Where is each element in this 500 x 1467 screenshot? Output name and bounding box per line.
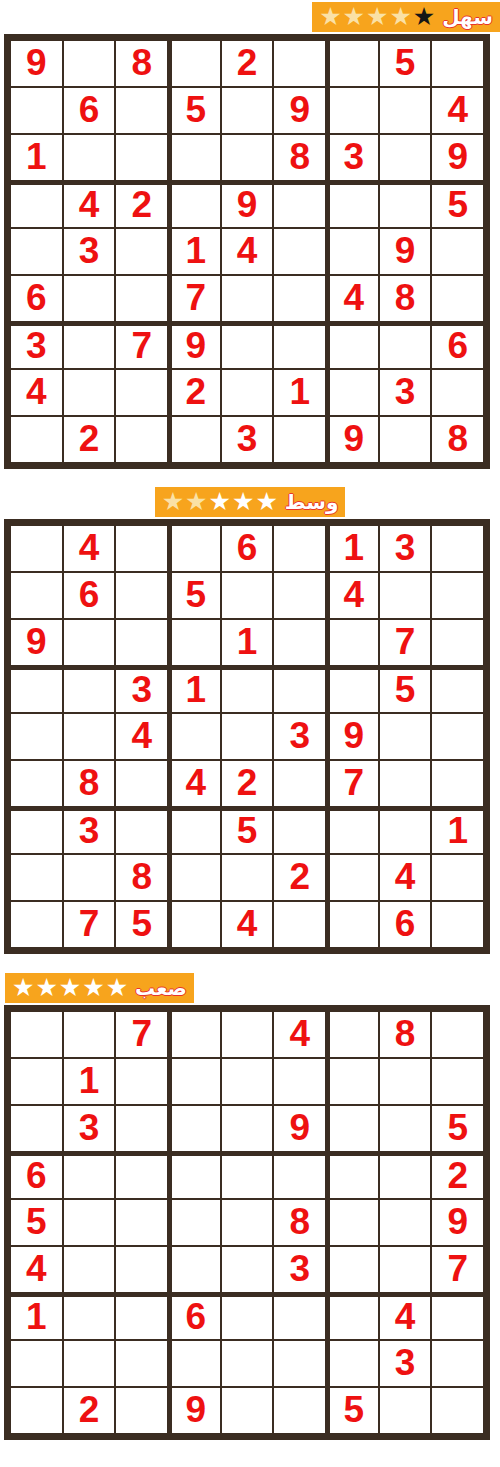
cell-r9c1[interactable] xyxy=(10,901,63,948)
cell-r6c9[interactable] xyxy=(431,760,484,807)
cell-r9c6[interactable] xyxy=(273,416,326,463)
cell-r3c9[interactable] xyxy=(431,619,484,666)
cell-r2c7: 4 xyxy=(326,572,379,619)
cell-r2c6: 9 xyxy=(273,87,326,134)
cell-r2c9[interactable] xyxy=(431,1058,484,1105)
cell-r5c3[interactable] xyxy=(115,1199,168,1246)
cell-r5c6: 3 xyxy=(273,713,326,760)
cell-r5c5: 4 xyxy=(221,228,274,275)
cell-r1c3: 7 xyxy=(115,1011,168,1058)
difficulty-banner-medium: ★★★★★ وسط xyxy=(155,487,346,517)
cell-r6c3[interactable] xyxy=(115,1246,168,1293)
cell-r6c7[interactable] xyxy=(326,1246,379,1293)
cell-r4c6[interactable] xyxy=(273,181,326,228)
cell-r7c7[interactable] xyxy=(326,1293,379,1340)
cell-r8c3[interactable] xyxy=(115,1340,168,1387)
cell-r2c3[interactable] xyxy=(115,572,168,619)
cell-r9c6[interactable] xyxy=(273,901,326,948)
cell-r1c1[interactable] xyxy=(10,1011,63,1058)
cell-r2c9[interactable] xyxy=(431,572,484,619)
cell-r1c8: 5 xyxy=(379,40,432,87)
cell-r9c8[interactable] xyxy=(379,416,432,463)
cell-r1c5: 6 xyxy=(221,525,274,572)
star-icon: ★ xyxy=(343,4,365,29)
star-icon: ★ xyxy=(106,975,128,1000)
cell-r2c3[interactable] xyxy=(115,87,168,134)
cell-r2c2: 6 xyxy=(63,572,116,619)
cell-r6c4: 4 xyxy=(168,760,221,807)
cell-r4c6[interactable] xyxy=(273,666,326,713)
cell-r2c6[interactable] xyxy=(273,1058,326,1105)
cell-r9c2: 2 xyxy=(63,1387,116,1434)
star-icon: ★ xyxy=(185,489,207,514)
cell-r7c4: 9 xyxy=(168,322,221,369)
cell-r1c6[interactable] xyxy=(273,40,326,87)
cell-r2c3[interactable] xyxy=(115,1058,168,1105)
cell-r1c2: 4 xyxy=(63,525,116,572)
cell-r7c1: 3 xyxy=(10,322,63,369)
cell-r7c3[interactable] xyxy=(115,807,168,854)
spacer xyxy=(0,469,500,487)
cell-r6c7: 7 xyxy=(326,760,379,807)
cell-r3c3[interactable] xyxy=(115,619,168,666)
cell-r1c5: 2 xyxy=(221,40,274,87)
cell-r1c3: 8 xyxy=(115,40,168,87)
cell-r6c2: 8 xyxy=(63,760,116,807)
cell-r8c4: 2 xyxy=(168,369,221,416)
cell-r8c8: 3 xyxy=(379,1340,432,1387)
cell-r5c7: 9 xyxy=(326,713,379,760)
difficulty-banner-row-hard: ★★★★★ صعب xyxy=(0,973,500,1003)
cell-r4c5[interactable] xyxy=(221,1152,274,1199)
difficulty-label-medium: وسط xyxy=(285,492,339,512)
cell-r6c5[interactable] xyxy=(221,275,274,322)
cell-r8c5[interactable] xyxy=(221,1340,274,1387)
cell-r2c8[interactable] xyxy=(379,1058,432,1105)
cell-r8c4[interactable] xyxy=(168,1340,221,1387)
cell-r3c7: 3 xyxy=(326,134,379,181)
cell-r5c2: 3 xyxy=(63,228,116,275)
cell-r4c4[interactable] xyxy=(168,1152,221,1199)
cell-r5c1: 5 xyxy=(10,1199,63,1246)
cell-r1c2[interactable] xyxy=(63,1011,116,1058)
cell-r4c6[interactable] xyxy=(273,1152,326,1199)
cell-r6c1: 4 xyxy=(10,1246,63,1293)
cell-r7c1: 1 xyxy=(10,1293,63,1340)
cell-r7c8[interactable] xyxy=(379,807,432,854)
cell-r9c2: 7 xyxy=(63,901,116,948)
cell-r5c4[interactable] xyxy=(168,713,221,760)
cell-r5c5[interactable] xyxy=(221,1199,274,1246)
cell-r9c6[interactable] xyxy=(273,1387,326,1434)
cell-r5c7[interactable] xyxy=(326,1199,379,1246)
cell-r6c1[interactable] xyxy=(10,760,63,807)
cell-r7c4: 6 xyxy=(168,1293,221,1340)
cell-r9c5: 4 xyxy=(221,901,274,948)
cell-r9c9: 8 xyxy=(431,416,484,463)
cell-r8c2[interactable] xyxy=(63,369,116,416)
cell-r3c2[interactable] xyxy=(63,619,116,666)
cell-r2c8[interactable] xyxy=(379,572,432,619)
cell-r9c3[interactable] xyxy=(115,416,168,463)
cell-r6c5[interactable] xyxy=(221,1246,274,1293)
cell-r7c2[interactable] xyxy=(63,322,116,369)
cell-r4c4[interactable] xyxy=(168,181,221,228)
cell-r8c9[interactable] xyxy=(431,1340,484,1387)
star-icon: ★ xyxy=(389,4,411,29)
cell-r8c1[interactable] xyxy=(10,1340,63,1387)
cell-r8c9[interactable] xyxy=(431,369,484,416)
cell-r6c9: 7 xyxy=(431,1246,484,1293)
cell-r1c8: 8 xyxy=(379,1011,432,1058)
cell-r4c2[interactable] xyxy=(63,666,116,713)
cell-r5c1[interactable] xyxy=(10,713,63,760)
cell-r3c6: 9 xyxy=(273,1105,326,1152)
cell-r8c7[interactable] xyxy=(326,854,379,901)
cell-r8c7[interactable] xyxy=(326,369,379,416)
cell-r7c2[interactable] xyxy=(63,1293,116,1340)
cell-r2c2: 1 xyxy=(63,1058,116,1105)
cell-r5c9[interactable] xyxy=(431,713,484,760)
cell-r7c6[interactable] xyxy=(273,322,326,369)
cell-r5c6[interactable] xyxy=(273,228,326,275)
cell-r5c8[interactable] xyxy=(379,1199,432,1246)
cell-r4c7[interactable] xyxy=(326,666,379,713)
cell-r7c7[interactable] xyxy=(326,322,379,369)
difficulty-banner-hard: ★★★★★ صعب xyxy=(5,973,194,1003)
spacer xyxy=(0,954,500,973)
cell-r4c1[interactable] xyxy=(10,666,63,713)
cell-r2c1[interactable] xyxy=(10,1058,63,1105)
cell-r7c4[interactable] xyxy=(168,807,221,854)
cell-r5c2[interactable] xyxy=(63,713,116,760)
cell-r4c3: 3 xyxy=(115,666,168,713)
cell-r4c2: 4 xyxy=(63,181,116,228)
cell-r3c5[interactable] xyxy=(221,134,274,181)
cell-r4c5: 9 xyxy=(221,181,274,228)
cell-r8c2[interactable] xyxy=(63,1340,116,1387)
cell-r9c8: 6 xyxy=(379,901,432,948)
cell-r5c9[interactable] xyxy=(431,228,484,275)
cell-r9c8[interactable] xyxy=(379,1387,432,1434)
cell-r7c6[interactable] xyxy=(273,1293,326,1340)
cell-r1c3[interactable] xyxy=(115,525,168,572)
cell-r3c6[interactable] xyxy=(273,619,326,666)
cell-r4c9: 5 xyxy=(431,181,484,228)
cell-r4c7[interactable] xyxy=(326,181,379,228)
cell-r3c7[interactable] xyxy=(326,619,379,666)
star-rating-medium: ★★★★★ xyxy=(162,490,278,515)
cell-r1c6[interactable] xyxy=(273,525,326,572)
cell-r3c4[interactable] xyxy=(168,134,221,181)
star-icon: ★ xyxy=(35,975,57,1000)
difficulty-banner-row-medium: ★★★★★ وسط xyxy=(0,487,500,517)
cell-r6c6: 3 xyxy=(273,1246,326,1293)
cell-r4c1: 6 xyxy=(10,1152,63,1199)
cell-r8c9[interactable] xyxy=(431,854,484,901)
cell-r5c8[interactable] xyxy=(379,713,432,760)
cell-r9c4[interactable] xyxy=(168,416,221,463)
cell-r6c8: 8 xyxy=(379,275,432,322)
cell-r6c3[interactable] xyxy=(115,760,168,807)
cell-r5c4[interactable] xyxy=(168,1199,221,1246)
cell-r5c2[interactable] xyxy=(63,1199,116,1246)
cell-r1c7[interactable] xyxy=(326,1011,379,1058)
cell-r3c1: 1 xyxy=(10,134,63,181)
cell-r5c3: 4 xyxy=(115,713,168,760)
cell-r7c6[interactable] xyxy=(273,807,326,854)
cell-r3c5[interactable] xyxy=(221,1105,274,1152)
cell-r4c7[interactable] xyxy=(326,1152,379,1199)
cell-r8c5[interactable] xyxy=(221,854,274,901)
star-icon: ★ xyxy=(162,489,184,514)
cell-r9c7[interactable] xyxy=(326,901,379,948)
cell-r3c8[interactable] xyxy=(379,1105,432,1152)
star-icon: ★ xyxy=(366,4,388,29)
sudoku-grid-easy: 982565941839429531496748379642132398 xyxy=(4,34,490,469)
cell-r9c1[interactable] xyxy=(10,416,63,463)
cell-r7c8[interactable] xyxy=(379,322,432,369)
star-rating-hard: ★★★★★ xyxy=(12,976,128,1001)
cell-r4c9: 2 xyxy=(431,1152,484,1199)
cell-r2c5[interactable] xyxy=(221,572,274,619)
cell-r1c9[interactable] xyxy=(431,525,484,572)
cell-r4c1[interactable] xyxy=(10,181,63,228)
cell-r8c3: 8 xyxy=(115,854,168,901)
cell-r6c2[interactable] xyxy=(63,1246,116,1293)
cell-r5c9: 9 xyxy=(431,1199,484,1246)
cell-r3c4[interactable] xyxy=(168,1105,221,1152)
cell-r2c5[interactable] xyxy=(221,87,274,134)
cell-r4c8: 5 xyxy=(379,666,432,713)
cell-r3c9: 9 xyxy=(431,134,484,181)
cell-r8c8: 3 xyxy=(379,369,432,416)
cell-r7c5[interactable] xyxy=(221,1293,274,1340)
cell-r9c5: 3 xyxy=(221,416,274,463)
cell-r9c2: 2 xyxy=(63,416,116,463)
cell-r4c8[interactable] xyxy=(379,181,432,228)
cell-r9c5[interactable] xyxy=(221,1387,274,1434)
cell-r4c8[interactable] xyxy=(379,1152,432,1199)
cell-r7c2: 3 xyxy=(63,807,116,854)
cell-r2c7[interactable] xyxy=(326,1058,379,1105)
cell-r2c5[interactable] xyxy=(221,1058,274,1105)
cell-r3c8[interactable] xyxy=(379,134,432,181)
cell-r8c7[interactable] xyxy=(326,1340,379,1387)
cell-r9c7: 5 xyxy=(326,1387,379,1434)
cell-r1c5[interactable] xyxy=(221,1011,274,1058)
cell-r5c3[interactable] xyxy=(115,228,168,275)
cell-r5c6: 8 xyxy=(273,1199,326,1246)
cell-r8c3[interactable] xyxy=(115,369,168,416)
cell-r7c1[interactable] xyxy=(10,807,63,854)
cell-r8c1: 4 xyxy=(10,369,63,416)
cell-r6c8[interactable] xyxy=(379,1246,432,1293)
cell-r3c7[interactable] xyxy=(326,1105,379,1152)
cell-r2c9: 4 xyxy=(431,87,484,134)
difficulty-label-hard: صعب xyxy=(135,978,187,998)
cell-r2c2: 6 xyxy=(63,87,116,134)
cell-r2c4: 5 xyxy=(168,87,221,134)
star-icon: ★ xyxy=(413,4,435,29)
cell-r9c1[interactable] xyxy=(10,1387,63,1434)
cell-r9c3[interactable] xyxy=(115,1387,168,1434)
star-icon: ★ xyxy=(59,975,81,1000)
cell-r9c9[interactable] xyxy=(431,901,484,948)
cell-r8c4[interactable] xyxy=(168,854,221,901)
cell-r7c8: 4 xyxy=(379,1293,432,1340)
sudoku-grid-hard: 7481395625894371643295 xyxy=(4,1005,490,1440)
cell-r3c4[interactable] xyxy=(168,619,221,666)
cell-r8c6: 1 xyxy=(273,369,326,416)
cell-r6c4[interactable] xyxy=(168,1246,221,1293)
cell-r3c5: 1 xyxy=(221,619,274,666)
cell-r2c6[interactable] xyxy=(273,572,326,619)
cell-r1c9[interactable] xyxy=(431,40,484,87)
cell-r5c7[interactable] xyxy=(326,228,379,275)
star-icon: ★ xyxy=(255,489,277,514)
cell-r9c4: 9 xyxy=(168,1387,221,1434)
cell-r2c4[interactable] xyxy=(168,1058,221,1105)
cell-r7c9[interactable] xyxy=(431,1293,484,1340)
cell-r6c3[interactable] xyxy=(115,275,168,322)
cell-r6c8[interactable] xyxy=(379,760,432,807)
cell-r6c6[interactable] xyxy=(273,760,326,807)
cell-r3c6: 8 xyxy=(273,134,326,181)
cell-r7c9: 1 xyxy=(431,807,484,854)
cell-r5c1[interactable] xyxy=(10,228,63,275)
cell-r3c1[interactable] xyxy=(10,1105,63,1152)
cell-r3c1: 9 xyxy=(10,619,63,666)
cell-r6c9[interactable] xyxy=(431,275,484,322)
cell-r8c8: 4 xyxy=(379,854,432,901)
star-icon: ★ xyxy=(12,975,34,1000)
cell-r4c2[interactable] xyxy=(63,1152,116,1199)
cell-r6c5: 2 xyxy=(221,760,274,807)
cell-r5c5[interactable] xyxy=(221,713,274,760)
cell-r3c8: 7 xyxy=(379,619,432,666)
cell-r1c8: 3 xyxy=(379,525,432,572)
cell-r7c3[interactable] xyxy=(115,1293,168,1340)
cell-r8c2[interactable] xyxy=(63,854,116,901)
cell-r4c5[interactable] xyxy=(221,666,274,713)
difficulty-banner-row-easy: ★★★★★ سهل xyxy=(0,2,500,32)
cell-r8c6: 2 xyxy=(273,854,326,901)
cell-r4c3[interactable] xyxy=(115,1152,168,1199)
cell-r3c3[interactable] xyxy=(115,134,168,181)
cell-r2c4: 5 xyxy=(168,572,221,619)
sudoku-sheet: ★★★★★ سهل 982565941839429531496748379642… xyxy=(0,0,500,1452)
cell-r6c7: 4 xyxy=(326,275,379,322)
cell-r5c4: 1 xyxy=(168,228,221,275)
cell-r1c7: 1 xyxy=(326,525,379,572)
cell-r3c3[interactable] xyxy=(115,1105,168,1152)
cell-r1c4[interactable] xyxy=(168,525,221,572)
cell-r7c9: 6 xyxy=(431,322,484,369)
cell-r6c2[interactable] xyxy=(63,275,116,322)
cell-r1c1[interactable] xyxy=(10,525,63,572)
cell-r1c6: 4 xyxy=(273,1011,326,1058)
cell-r6c1: 6 xyxy=(10,275,63,322)
cell-r8c6[interactable] xyxy=(273,1340,326,1387)
cell-r7c3: 7 xyxy=(115,322,168,369)
cell-r3c2[interactable] xyxy=(63,134,116,181)
sudoku-grid-medium: 461365491731543984273518247546 xyxy=(4,519,490,954)
cell-r1c2[interactable] xyxy=(63,40,116,87)
cell-r9c9[interactable] xyxy=(431,1387,484,1434)
cell-r8c5[interactable] xyxy=(221,369,274,416)
star-icon: ★ xyxy=(319,4,341,29)
cell-r1c1: 9 xyxy=(10,40,63,87)
cell-r4c4: 1 xyxy=(168,666,221,713)
cell-r3c9: 5 xyxy=(431,1105,484,1152)
cell-r6c4: 7 xyxy=(168,275,221,322)
cell-r7c7[interactable] xyxy=(326,807,379,854)
cell-r2c8[interactable] xyxy=(379,87,432,134)
cell-r9c7: 9 xyxy=(326,416,379,463)
star-icon: ★ xyxy=(82,975,104,1000)
cell-r1c4[interactable] xyxy=(168,40,221,87)
cell-r8c1[interactable] xyxy=(10,854,63,901)
cell-r7c5[interactable] xyxy=(221,322,274,369)
cell-r2c1[interactable] xyxy=(10,87,63,134)
difficulty-banner-easy: ★★★★★ سهل xyxy=(312,2,500,32)
cell-r5c8: 9 xyxy=(379,228,432,275)
cell-r1c7[interactable] xyxy=(326,40,379,87)
cell-r7c5: 5 xyxy=(221,807,274,854)
cell-r2c7[interactable] xyxy=(326,87,379,134)
cell-r4c3: 2 xyxy=(115,181,168,228)
cell-r1c9[interactable] xyxy=(431,1011,484,1058)
cell-r9c4[interactable] xyxy=(168,901,221,948)
star-icon: ★ xyxy=(232,489,254,514)
cell-r3c2: 3 xyxy=(63,1105,116,1152)
cell-r2c1[interactable] xyxy=(10,572,63,619)
star-icon: ★ xyxy=(209,489,231,514)
cell-r6c6[interactable] xyxy=(273,275,326,322)
cell-r1c4[interactable] xyxy=(168,1011,221,1058)
cell-r4c9[interactable] xyxy=(431,666,484,713)
cell-r9c3: 5 xyxy=(115,901,168,948)
star-rating-easy: ★★★★★ xyxy=(319,5,435,30)
difficulty-label-easy: سهل xyxy=(442,7,493,27)
